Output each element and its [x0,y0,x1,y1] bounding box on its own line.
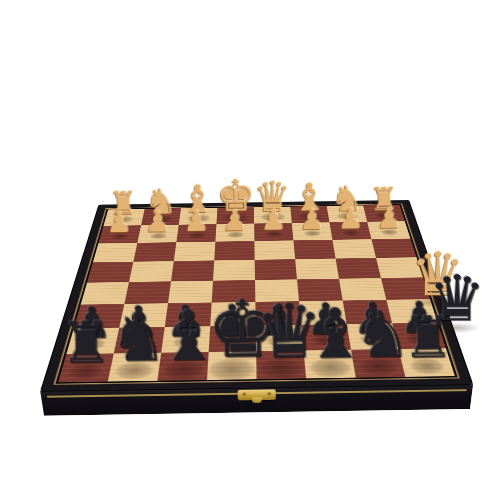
black-bishop[interactable]: ♝ [304,299,354,368]
black-rook[interactable]: ♜ [60,314,110,372]
brass-clasp-icon [238,389,276,400]
white-pawn[interactable]: ♟ [254,205,293,234]
black-bishop[interactable]: ♝ [158,301,208,370]
clasp-tongue-icon [252,397,262,403]
white-pawn[interactable]: ♟ [100,208,139,237]
black-rook[interactable]: ♜ [402,309,452,367]
chess-set: ♜♞♝♚♛♝♞♜♟♟♟♟♟♟♟♟♟♟♟♟♟♟♟♟♜♞♝♚♛♝♞♜ [72,97,438,463]
board-front-panel [40,384,473,416]
white-pawn[interactable]: ♟ [215,206,254,235]
black-queen[interactable]: ♛ [255,294,305,369]
white-pawn[interactable]: ♟ [138,207,177,236]
black-knight[interactable]: ♞ [109,307,159,372]
chess-board: ♜♞♝♚♛♝♞♜♟♟♟♟♟♟♟♟♟♟♟♟♟♟♟♟♜♞♝♚♛♝♞♜ [41,200,472,391]
white-pawn[interactable]: ♟ [292,205,331,234]
white-pawn[interactable]: ♟ [370,204,409,233]
white-pawn[interactable]: ♟ [177,207,216,236]
clasp-screw-icon [242,393,246,396]
black-knight[interactable]: ♞ [353,303,403,368]
clasp-screw-icon [267,392,271,395]
white-pawn[interactable]: ♟ [331,204,370,233]
black-king[interactable]: ♚ [206,290,256,370]
pieces-layer: ♜♞♝♚♛♝♞♜♟♟♟♟♟♟♟♟♟♟♟♟♟♟♟♟♜♞♝♚♛♝♞♜ [58,205,455,382]
